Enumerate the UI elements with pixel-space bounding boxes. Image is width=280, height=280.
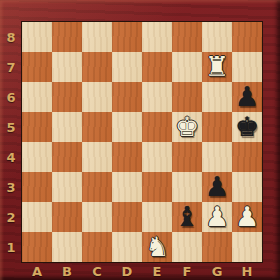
file-label-E: E	[142, 262, 172, 280]
black-king[interactable]: ♚	[232, 112, 262, 142]
black-pawn[interactable]: ♟	[202, 172, 232, 202]
square-e2[interactable]	[142, 202, 172, 232]
square-g4[interactable]	[202, 142, 232, 172]
square-a3[interactable]	[22, 172, 52, 202]
file-label-A: A	[22, 262, 52, 280]
square-h4[interactable]	[232, 142, 262, 172]
square-e4[interactable]	[142, 142, 172, 172]
rank-label-6: 6	[0, 82, 22, 112]
white-pawn[interactable]: ♟	[202, 202, 232, 232]
square-g5[interactable]	[202, 112, 232, 142]
square-e3[interactable]	[142, 172, 172, 202]
square-b4[interactable]	[52, 142, 82, 172]
square-d4[interactable]	[112, 142, 142, 172]
square-g3[interactable]: ♟	[202, 172, 232, 202]
square-f1[interactable]	[172, 232, 202, 262]
square-d2[interactable]	[112, 202, 142, 232]
square-b5[interactable]	[52, 112, 82, 142]
square-a8[interactable]	[22, 22, 52, 52]
chess-board: ♜♟♚♚♟♝♟♟♞	[22, 22, 262, 262]
rank-label-4: 4	[0, 142, 22, 172]
square-b8[interactable]	[52, 22, 82, 52]
square-f3[interactable]	[172, 172, 202, 202]
chess-board-frame: ♜♟♚♚♟♝♟♟♞ 87654321 ABCDEFGH	[0, 0, 280, 280]
file-label-H: H	[232, 262, 262, 280]
file-label-F: F	[172, 262, 202, 280]
square-f4[interactable]	[172, 142, 202, 172]
white-knight[interactable]: ♞	[142, 232, 172, 262]
square-f2[interactable]: ♝	[172, 202, 202, 232]
square-a1[interactable]	[22, 232, 52, 262]
square-e6[interactable]	[142, 82, 172, 112]
square-c6[interactable]	[82, 82, 112, 112]
square-e1[interactable]: ♞	[142, 232, 172, 262]
square-b3[interactable]	[52, 172, 82, 202]
square-c8[interactable]	[82, 22, 112, 52]
square-g1[interactable]	[202, 232, 232, 262]
square-f8[interactable]	[172, 22, 202, 52]
square-d3[interactable]	[112, 172, 142, 202]
file-label-G: G	[202, 262, 232, 280]
square-g6[interactable]	[202, 82, 232, 112]
square-e5[interactable]	[142, 112, 172, 142]
square-b7[interactable]	[52, 52, 82, 82]
rank-label-2: 2	[0, 202, 22, 232]
black-bishop[interactable]: ♝	[172, 202, 202, 232]
rank-label-1: 1	[0, 232, 22, 262]
square-c1[interactable]	[82, 232, 112, 262]
square-d1[interactable]	[112, 232, 142, 262]
rank-label-5: 5	[0, 112, 22, 142]
white-rook[interactable]: ♜	[202, 52, 232, 82]
square-e8[interactable]	[142, 22, 172, 52]
square-c2[interactable]	[82, 202, 112, 232]
square-c5[interactable]	[82, 112, 112, 142]
square-h2[interactable]: ♟	[232, 202, 262, 232]
square-g7[interactable]: ♜	[202, 52, 232, 82]
square-f7[interactable]	[172, 52, 202, 82]
square-h1[interactable]	[232, 232, 262, 262]
square-d8[interactable]	[112, 22, 142, 52]
square-h7[interactable]	[232, 52, 262, 82]
square-g8[interactable]	[202, 22, 232, 52]
square-a2[interactable]	[22, 202, 52, 232]
white-king[interactable]: ♚	[172, 112, 202, 142]
square-c4[interactable]	[82, 142, 112, 172]
white-pawn[interactable]: ♟	[232, 202, 262, 232]
square-a6[interactable]	[22, 82, 52, 112]
square-b1[interactable]	[52, 232, 82, 262]
square-b6[interactable]	[52, 82, 82, 112]
rank-label-7: 7	[0, 52, 22, 82]
square-c3[interactable]	[82, 172, 112, 202]
square-h8[interactable]	[232, 22, 262, 52]
square-a7[interactable]	[22, 52, 52, 82]
square-a5[interactable]	[22, 112, 52, 142]
file-label-D: D	[112, 262, 142, 280]
square-b2[interactable]	[52, 202, 82, 232]
file-label-B: B	[52, 262, 82, 280]
square-e7[interactable]	[142, 52, 172, 82]
square-g2[interactable]: ♟	[202, 202, 232, 232]
square-f5[interactable]: ♚	[172, 112, 202, 142]
square-d6[interactable]	[112, 82, 142, 112]
square-h6[interactable]: ♟	[232, 82, 262, 112]
square-f6[interactable]	[172, 82, 202, 112]
square-d5[interactable]	[112, 112, 142, 142]
square-h5[interactable]: ♚	[232, 112, 262, 142]
square-a4[interactable]	[22, 142, 52, 172]
black-pawn[interactable]: ♟	[232, 82, 262, 112]
rank-label-3: 3	[0, 172, 22, 202]
square-h3[interactable]	[232, 172, 262, 202]
square-c7[interactable]	[82, 52, 112, 82]
square-d7[interactable]	[112, 52, 142, 82]
rank-label-8: 8	[0, 22, 22, 52]
file-label-C: C	[82, 262, 112, 280]
